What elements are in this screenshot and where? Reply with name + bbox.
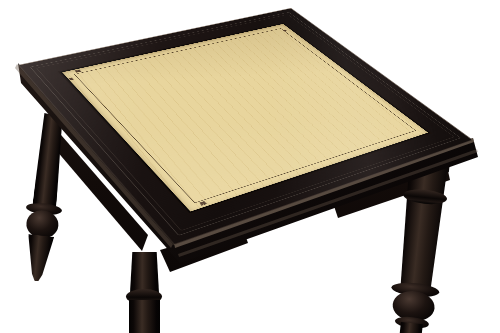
leg-shaft — [130, 252, 159, 293]
leg-foot-cone — [24, 234, 55, 282]
table-leg-left — [14, 112, 77, 284]
table-leg-front — [124, 252, 164, 333]
leg-shaft — [129, 300, 160, 333]
chess-table-photo: ABCDEFGH ABCDEFGH 87654321 87654321 — [0, 0, 500, 333]
leg-foot — [400, 322, 423, 333]
